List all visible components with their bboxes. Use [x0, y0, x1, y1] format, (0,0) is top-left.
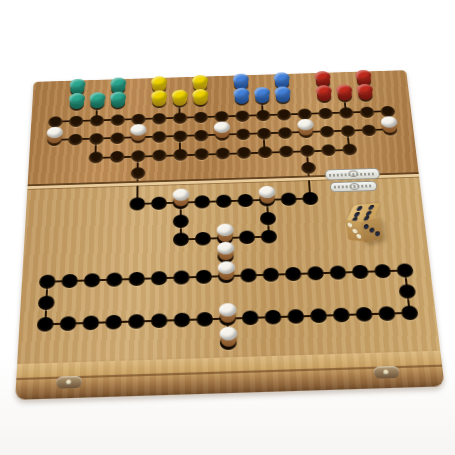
barricade-peg[interactable]: [297, 119, 314, 137]
peg-cap: [192, 74, 208, 85]
barricade-peg[interactable]: [130, 124, 146, 142]
peg-cap: [217, 241, 234, 254]
barricade-peg[interactable]: [218, 303, 236, 324]
red-peg[interactable]: [335, 84, 352, 101]
peg-cap: [253, 87, 269, 98]
peg-cap: [315, 85, 332, 96]
yellow-peg[interactable]: [171, 89, 187, 106]
barricade-peg[interactable]: [217, 261, 235, 281]
red-peg[interactable]: [356, 83, 374, 100]
peg-cap: [356, 83, 373, 94]
peg-cap: [171, 89, 187, 100]
peg-cap: [110, 91, 126, 102]
barricade-peg[interactable]: [46, 127, 63, 145]
die-right-face: [361, 217, 384, 243]
blue-peg[interactable]: [274, 86, 291, 103]
barricade-peg[interactable]: [217, 241, 235, 261]
peg-cap: [217, 261, 235, 274]
peg-cap: [216, 223, 233, 236]
peg-cap: [233, 87, 249, 98]
peg-cap: [297, 119, 314, 131]
peg-cap: [354, 69, 371, 80]
blue-peg[interactable]: [253, 87, 270, 104]
barricade-peg[interactable]: [172, 188, 189, 207]
latch-icon: [56, 376, 82, 389]
peg-cap: [110, 77, 126, 88]
game-board: [15, 70, 445, 400]
peg-cap: [335, 84, 352, 95]
peg-cap: [274, 86, 291, 97]
red-peg[interactable]: [315, 85, 332, 102]
teal-peg[interactable]: [89, 92, 105, 109]
peg-cap: [218, 303, 236, 317]
yellow-peg[interactable]: [192, 88, 208, 105]
barricade-peg[interactable]: [216, 223, 234, 243]
peg-cap: [219, 327, 237, 341]
teal-peg[interactable]: [68, 92, 85, 109]
barricade-peg[interactable]: [219, 327, 237, 349]
blue-peg[interactable]: [233, 87, 250, 104]
peg-cap: [89, 92, 105, 103]
peg-cap: [314, 71, 331, 82]
peg-cap: [130, 124, 146, 136]
barricade-peg[interactable]: [213, 121, 230, 139]
peg-cap: [68, 92, 84, 103]
latch-icon: [373, 366, 400, 379]
die-pip: [364, 223, 370, 229]
peg-cap: [151, 76, 167, 87]
die-pip: [369, 227, 375, 233]
peg-cap: [232, 73, 248, 84]
teal-peg[interactable]: [109, 91, 125, 108]
barricade-peg[interactable]: [380, 116, 398, 134]
peg-cap: [258, 186, 275, 198]
board-top-surface: [17, 70, 440, 366]
product-photo-scene: [0, 0, 455, 455]
peg-cap: [172, 188, 189, 201]
barricade-peg[interactable]: [258, 186, 276, 205]
peg-cap: [273, 72, 289, 83]
yellow-peg[interactable]: [151, 90, 167, 107]
die-pip: [356, 233, 362, 238]
die[interactable]: [343, 201, 392, 249]
peg-cap: [69, 78, 85, 89]
peg-cap: [192, 88, 208, 99]
die-pip: [375, 231, 381, 237]
peg-cap: [213, 121, 229, 133]
peg-cap: [151, 90, 167, 101]
